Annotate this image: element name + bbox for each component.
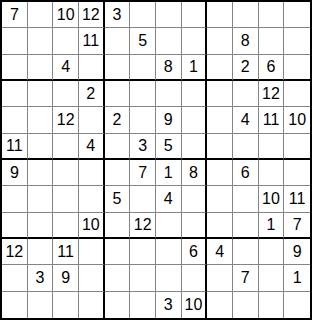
cell-r5c2[interactable] [28,107,54,133]
cell-r9c11[interactable]: 1 [259,213,285,239]
cell-r2c8[interactable] [182,28,208,54]
cell-r11c5[interactable] [105,265,131,291]
cell-r5c9[interactable] [207,107,233,133]
cell-r4c9[interactable] [207,81,233,107]
cell-r1c10[interactable] [233,2,259,28]
cell-r6c3[interactable] [53,134,79,160]
cell-r5c8[interactable] [182,107,208,133]
cell-r1c4[interactable]: 12 [79,2,105,28]
cell-r9c1[interactable] [2,213,28,239]
cell-r11c4[interactable] [79,265,105,291]
cell-r5c4[interactable] [79,107,105,133]
cell-r2c5[interactable] [105,28,131,54]
cell-r7c9[interactable] [207,160,233,186]
cell-r8c9[interactable] [207,186,233,212]
cell-r10c12[interactable]: 9 [284,239,310,265]
cell-r10c9[interactable]: 4 [207,239,233,265]
cell-r12c1[interactable] [2,292,28,318]
cell-r4c11[interactable]: 12 [259,81,285,107]
cell-r5c10[interactable]: 4 [233,107,259,133]
cell-r7c6[interactable]: 7 [130,160,156,186]
cell-r12c10[interactable] [233,292,259,318]
cell-r7c3[interactable] [53,160,79,186]
cell-r8c10[interactable] [233,186,259,212]
cell-r5c12[interactable]: 10 [284,107,310,133]
sudoku-board: 7101231158481262121229411101143597186541… [0,0,312,320]
cell-r12c2[interactable] [28,292,54,318]
cell-r10c8[interactable]: 6 [182,239,208,265]
cell-r1c2[interactable] [28,2,54,28]
cell-r3c1[interactable] [2,55,28,81]
cell-r7c5[interactable] [105,160,131,186]
cell-r11c6[interactable] [130,265,156,291]
cell-r10c10[interactable] [233,239,259,265]
cell-r2c10[interactable]: 8 [233,28,259,54]
cell-r4c3[interactable] [53,81,79,107]
cell-r12c8[interactable]: 10 [182,292,208,318]
cell-r10c1[interactable]: 12 [2,239,28,265]
cell-r9c5[interactable] [105,213,131,239]
cell-r7c2[interactable] [28,160,54,186]
cell-r3c10[interactable]: 2 [233,55,259,81]
cell-r5c7[interactable]: 9 [156,107,182,133]
cell-r10c6[interactable] [130,239,156,265]
cell-r10c2[interactable] [28,239,54,265]
cell-r7c10[interactable]: 6 [233,160,259,186]
cell-r12c6[interactable] [130,292,156,318]
cell-r8c8[interactable] [182,186,208,212]
cell-r1c11[interactable] [259,2,285,28]
cell-r1c8[interactable] [182,2,208,28]
cell-r6c2[interactable] [28,134,54,160]
cell-r3c2[interactable] [28,55,54,81]
cell-r10c4[interactable] [79,239,105,265]
cell-r1c1[interactable]: 7 [2,2,28,28]
cell-r1c12[interactable] [284,2,310,28]
cell-r6c11[interactable] [259,134,285,160]
cell-r2c4[interactable]: 11 [79,28,105,54]
cell-r1c5[interactable]: 3 [105,2,131,28]
cell-r6c6[interactable]: 3 [130,134,156,160]
cell-r8c7[interactable]: 4 [156,186,182,212]
cell-r12c7[interactable]: 3 [156,292,182,318]
cell-r10c5[interactable] [105,239,131,265]
cell-r1c9[interactable] [207,2,233,28]
cell-r6c1[interactable]: 11 [2,134,28,160]
cell-r8c3[interactable] [53,186,79,212]
cell-r6c4[interactable]: 4 [79,134,105,160]
cell-r2c2[interactable] [28,28,54,54]
cell-r9c10[interactable] [233,213,259,239]
cell-r7c7[interactable]: 1 [156,160,182,186]
cell-r11c3[interactable]: 9 [53,265,79,291]
cell-r12c3[interactable] [53,292,79,318]
cell-r11c8[interactable] [182,265,208,291]
cell-r9c9[interactable] [207,213,233,239]
cell-r3c3[interactable]: 4 [53,55,79,81]
cell-r8c4[interactable] [79,186,105,212]
cell-r4c5[interactable] [105,81,131,107]
cell-r12c4[interactable] [79,292,105,318]
cell-r6c9[interactable] [207,134,233,160]
cell-r2c7[interactable] [156,28,182,54]
cell-r7c8[interactable]: 8 [182,160,208,186]
cell-r4c8[interactable] [182,81,208,107]
cell-r11c1[interactable] [2,265,28,291]
cell-r4c4[interactable]: 2 [79,81,105,107]
cell-r7c4[interactable] [79,160,105,186]
cell-r8c11[interactable]: 10 [259,186,285,212]
cell-r5c6[interactable] [130,107,156,133]
cell-r4c6[interactable] [130,81,156,107]
cell-r8c2[interactable] [28,186,54,212]
cell-r2c6[interactable]: 5 [130,28,156,54]
cell-r8c5[interactable]: 5 [105,186,131,212]
cell-r5c11[interactable]: 11 [259,107,285,133]
cell-r2c12[interactable] [284,28,310,54]
cell-r6c10[interactable] [233,134,259,160]
cell-r4c10[interactable] [233,81,259,107]
cell-r5c5[interactable]: 2 [105,107,131,133]
cell-r12c9[interactable] [207,292,233,318]
cell-r7c1[interactable]: 9 [2,160,28,186]
cell-r7c11[interactable] [259,160,285,186]
cell-r9c6[interactable]: 12 [130,213,156,239]
cell-r2c3[interactable] [53,28,79,54]
cell-r9c8[interactable] [182,213,208,239]
cell-r3c4[interactable] [79,55,105,81]
cell-r6c12[interactable] [284,134,310,160]
cell-r8c6[interactable] [130,186,156,212]
cell-r3c6[interactable] [130,55,156,81]
cell-r5c1[interactable] [2,107,28,133]
cell-r10c11[interactable] [259,239,285,265]
cell-r4c7[interactable] [156,81,182,107]
cell-r12c5[interactable] [105,292,131,318]
cell-r3c12[interactable] [284,55,310,81]
cell-r10c3[interactable]: 11 [53,239,79,265]
cell-r9c3[interactable] [53,213,79,239]
cell-r2c9[interactable] [207,28,233,54]
cell-r3c5[interactable] [105,55,131,81]
cell-r12c12[interactable] [284,292,310,318]
cell-r3c8[interactable]: 1 [182,55,208,81]
cell-r11c2[interactable]: 3 [28,265,54,291]
cell-r8c12[interactable]: 11 [284,186,310,212]
cell-r5c3[interactable]: 12 [53,107,79,133]
cell-r11c10[interactable]: 7 [233,265,259,291]
cell-r11c12[interactable]: 1 [284,265,310,291]
cell-r3c11[interactable]: 6 [259,55,285,81]
cell-r4c2[interactable] [28,81,54,107]
cell-r11c9[interactable] [207,265,233,291]
cell-r2c11[interactable] [259,28,285,54]
cell-r6c7[interactable]: 5 [156,134,182,160]
cell-r1c7[interactable] [156,2,182,28]
cell-r11c11[interactable] [259,265,285,291]
cell-r6c5[interactable] [105,134,131,160]
cell-r4c1[interactable] [2,81,28,107]
cell-r3c7[interactable]: 8 [156,55,182,81]
cell-r1c6[interactable] [130,2,156,28]
cell-r9c7[interactable] [156,213,182,239]
cell-r4c12[interactable] [284,81,310,107]
cell-r6c8[interactable] [182,134,208,160]
cell-r10c7[interactable] [156,239,182,265]
cell-r8c1[interactable] [2,186,28,212]
cell-r3c9[interactable] [207,55,233,81]
cell-r11c7[interactable] [156,265,182,291]
cell-r12c11[interactable] [259,292,285,318]
cell-r9c2[interactable] [28,213,54,239]
cell-r7c12[interactable] [284,160,310,186]
cell-r2c1[interactable] [2,28,28,54]
cell-r9c12[interactable]: 7 [284,213,310,239]
cell-r1c3[interactable]: 10 [53,2,79,28]
cell-r9c4[interactable]: 10 [79,213,105,239]
